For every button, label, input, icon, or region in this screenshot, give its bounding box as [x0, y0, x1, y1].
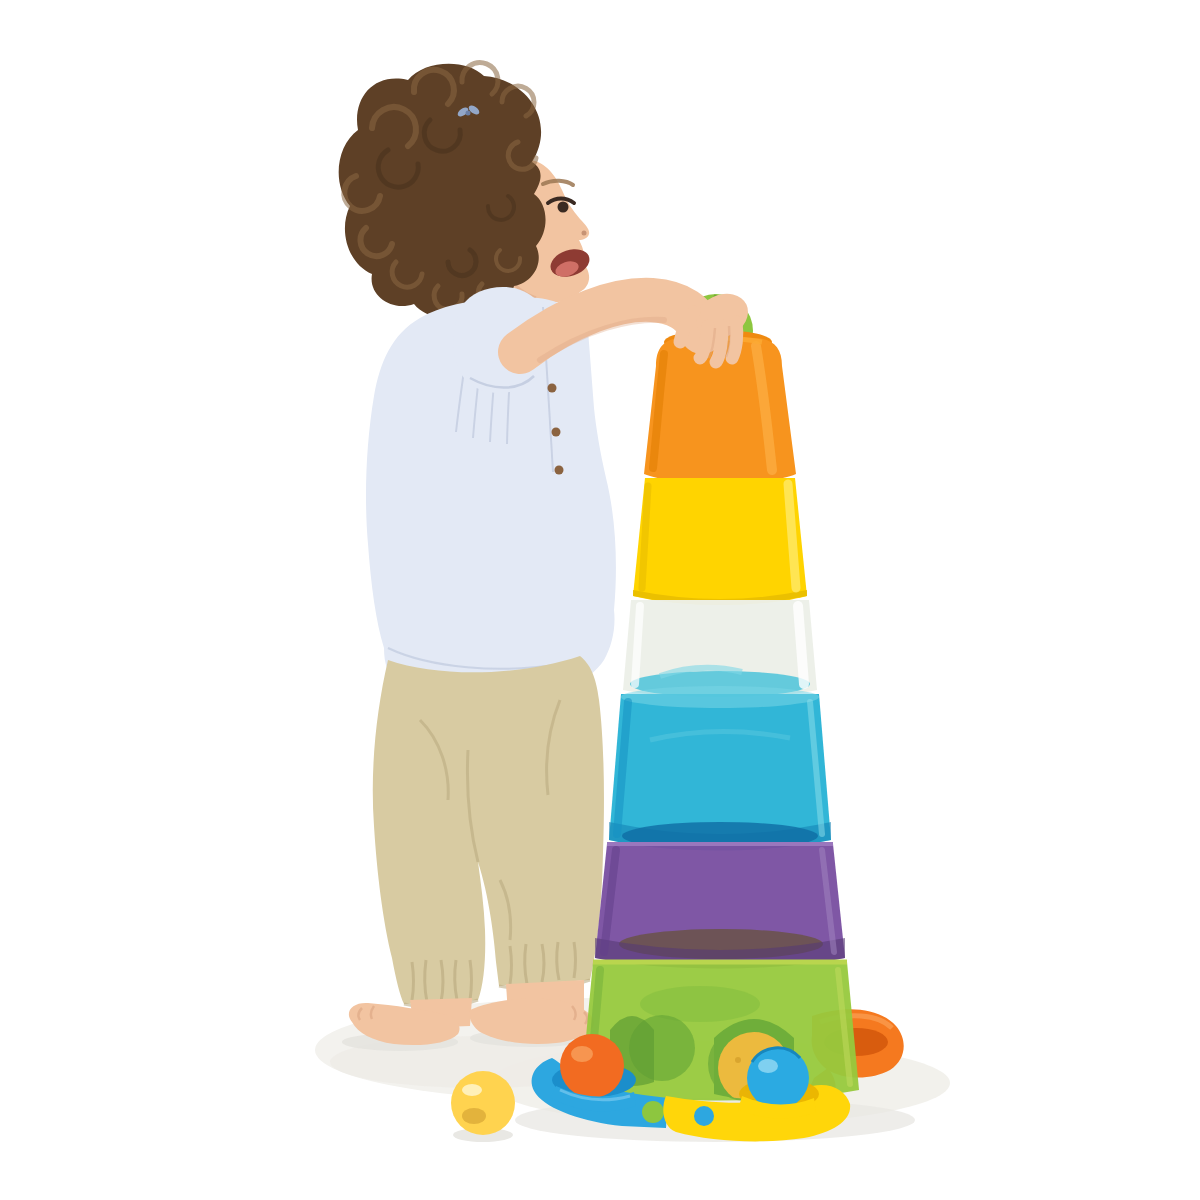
green-jigsaw-tab: [642, 1101, 664, 1123]
teal-top-rim: [621, 686, 819, 708]
tier-yellow-cup: [633, 478, 807, 605]
nostril: [582, 231, 587, 236]
ruffle: [510, 946, 512, 984]
shirt-button: [552, 428, 561, 437]
speckle: [735, 1057, 741, 1063]
tier-teal-cup: [609, 686, 831, 851]
shirt-button: [555, 466, 564, 475]
floor-yellow-ball: [451, 1071, 515, 1142]
clear-highlight-left: [635, 606, 640, 684]
clear-highlight-right: [798, 606, 804, 684]
shirt-button: [548, 384, 557, 393]
yellow-ball-dimple: [462, 1108, 486, 1124]
tier-clear-cup: [623, 600, 817, 698]
yellow-ball-highlight: [462, 1084, 482, 1096]
yellow-ball: [451, 1071, 515, 1135]
tier-purple-cup: [595, 844, 845, 969]
orange-ball: [560, 1034, 624, 1098]
photo-stage: [0, 0, 1200, 1200]
ruffle: [412, 962, 414, 1000]
finger: [700, 326, 708, 358]
blue-ball-highlight: [758, 1059, 778, 1073]
ruffle: [470, 960, 472, 1000]
hair-clip-center: [466, 111, 471, 116]
blue-jigsaw-tab: [694, 1106, 714, 1126]
scene-illustration: [0, 0, 1200, 1200]
eye-iris: [558, 202, 569, 213]
yellow-body: [633, 478, 807, 605]
finger: [732, 322, 737, 358]
ruffle: [574, 942, 576, 978]
orange-ball-highlight: [571, 1046, 593, 1062]
child-shirt: [366, 287, 616, 701]
finger: [716, 326, 722, 362]
